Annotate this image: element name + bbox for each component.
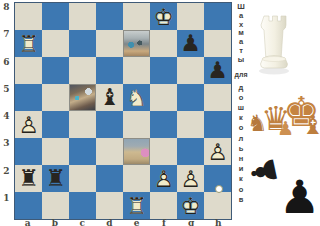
- square-b2: ♜: [42, 165, 69, 192]
- rank-label-4: 4: [1, 111, 12, 138]
- white-rook-a7: ♜♖: [15, 30, 42, 57]
- file-label-g: g: [178, 216, 205, 226]
- black-pawn-standing-image: ♟: [279, 174, 320, 220]
- square-d8: [96, 3, 123, 30]
- square-h5: [204, 84, 231, 111]
- square-b4: [42, 111, 69, 138]
- square-d1: [96, 192, 123, 219]
- file-label-b: b: [41, 216, 68, 226]
- file-label-f: f: [150, 216, 177, 226]
- square-g5: [177, 84, 204, 111]
- white-king-f8: ♚♔: [150, 3, 177, 30]
- black-pawn-h6: ♟: [204, 57, 231, 84]
- square-d5: ♝: [96, 84, 123, 111]
- square-e4: [123, 111, 150, 138]
- rank-label-2: 2: [1, 166, 12, 193]
- square-h4: [204, 111, 231, 138]
- square-e2: [123, 165, 150, 192]
- white-knight-e5: ♞♘: [123, 84, 150, 111]
- file-label-d: d: [96, 216, 123, 226]
- title-word-shakhmaty: Шахматы: [234, 3, 248, 65]
- square-a8: [15, 3, 42, 30]
- square-h3: ♟♙: [204, 138, 231, 165]
- white-rook-e1: ♜♖: [123, 192, 150, 219]
- square-e6: [123, 57, 150, 84]
- square-h6: ♟: [204, 57, 231, 84]
- square-b3: [42, 138, 69, 165]
- white-pawn-g2: ♟♙: [177, 165, 204, 192]
- square-f7: [150, 30, 177, 57]
- classroom-photo-e3: [123, 138, 150, 165]
- square-g2: ♟♙: [177, 165, 204, 192]
- square-f2: ♟♙: [150, 165, 177, 192]
- rank-label-3: 3: [1, 138, 12, 165]
- wooden-pawn-icon: ♟: [277, 119, 294, 138]
- square-e1: ♜♖: [123, 192, 150, 219]
- square-d7: [96, 30, 123, 57]
- classroom-photo-c5: [69, 84, 96, 111]
- square-a2: ♜: [15, 165, 42, 192]
- square-f3: [150, 138, 177, 165]
- chess-board: ♚♔♜♖♟♟♝♞♘♟♙♟♙♜♜♟♙♟♙♜♖♚♔: [14, 2, 232, 220]
- black-rook-b2: ♜: [42, 165, 69, 192]
- square-g1: ♚♔: [177, 192, 204, 219]
- white-pawn-h3: ♟♙: [204, 138, 231, 165]
- file-label-a: a: [14, 216, 41, 226]
- square-d2: [96, 165, 123, 192]
- square-b8: [42, 3, 69, 30]
- square-f8: ♚♔: [150, 3, 177, 30]
- file-label-h: h: [205, 216, 232, 226]
- square-a4: ♟♙: [15, 111, 42, 138]
- file-labels: abcdefgh: [14, 216, 232, 226]
- square-g8: [177, 3, 204, 30]
- slide: 87654321 ♚♔♜♖♟♟♝♞♘♟♙♟♙♜♜♟♙♟♙♜♖♚♔ abcdefg…: [0, 0, 320, 226]
- square-a5: [15, 84, 42, 111]
- square-c3: [69, 138, 96, 165]
- wooden-bishop-icon: ♝: [301, 112, 320, 138]
- black-pawn-g7: ♟: [177, 30, 204, 57]
- square-g6: [177, 57, 204, 84]
- square-a3: [15, 138, 42, 165]
- square-d3: [96, 138, 123, 165]
- square-g7: ♟: [177, 30, 204, 57]
- black-pawn-lying-image: ♟: [245, 154, 283, 190]
- square-h7: [204, 30, 231, 57]
- square-c1: [69, 192, 96, 219]
- move-marker-circle-icon: [215, 185, 223, 193]
- square-e8: [123, 3, 150, 30]
- rank-labels: 87654321: [1, 2, 12, 220]
- square-h8: [204, 3, 231, 30]
- square-f5: [150, 84, 177, 111]
- rank-label-8: 8: [1, 2, 12, 29]
- square-b5: [42, 84, 69, 111]
- square-f4: [150, 111, 177, 138]
- square-c4: [69, 111, 96, 138]
- square-h1: [204, 192, 231, 219]
- title-word-dlya: для: [234, 71, 248, 78]
- square-d6: [96, 57, 123, 84]
- square-b1: [42, 192, 69, 219]
- square-e5: ♞♘: [123, 84, 150, 111]
- rank-label-7: 7: [1, 29, 12, 56]
- square-a1: [15, 192, 42, 219]
- rank-label-6: 6: [1, 57, 12, 84]
- square-a6: [15, 57, 42, 84]
- square-b6: [42, 57, 69, 84]
- square-d4: [96, 111, 123, 138]
- square-c6: [69, 57, 96, 84]
- wooden-chess-pieces-image: ♞ ♛ ♚ ♟ ♝: [246, 84, 320, 138]
- square-b7: [42, 30, 69, 57]
- classroom-photo-e7: [123, 30, 150, 57]
- square-f6: [150, 57, 177, 84]
- square-a7: ♜♖: [15, 30, 42, 57]
- white-king-g1: ♚♔: [177, 192, 204, 219]
- file-label-e: e: [123, 216, 150, 226]
- square-c2: [69, 165, 96, 192]
- square-c8: [69, 3, 96, 30]
- rank-label-1: 1: [1, 193, 12, 220]
- square-f1: [150, 192, 177, 219]
- white-pawn-a4: ♟♙: [15, 111, 42, 138]
- square-g4: [177, 111, 204, 138]
- white-pawn-f2: ♟♙: [150, 165, 177, 192]
- square-g3: [177, 138, 204, 165]
- square-c7: [69, 30, 96, 57]
- black-bishop-d5: ♝: [96, 84, 123, 111]
- file-label-c: c: [69, 216, 96, 226]
- rank-label-5: 5: [1, 84, 12, 111]
- black-rook-a2: ♜: [15, 165, 42, 192]
- white-rook-figurine-image: [251, 8, 297, 76]
